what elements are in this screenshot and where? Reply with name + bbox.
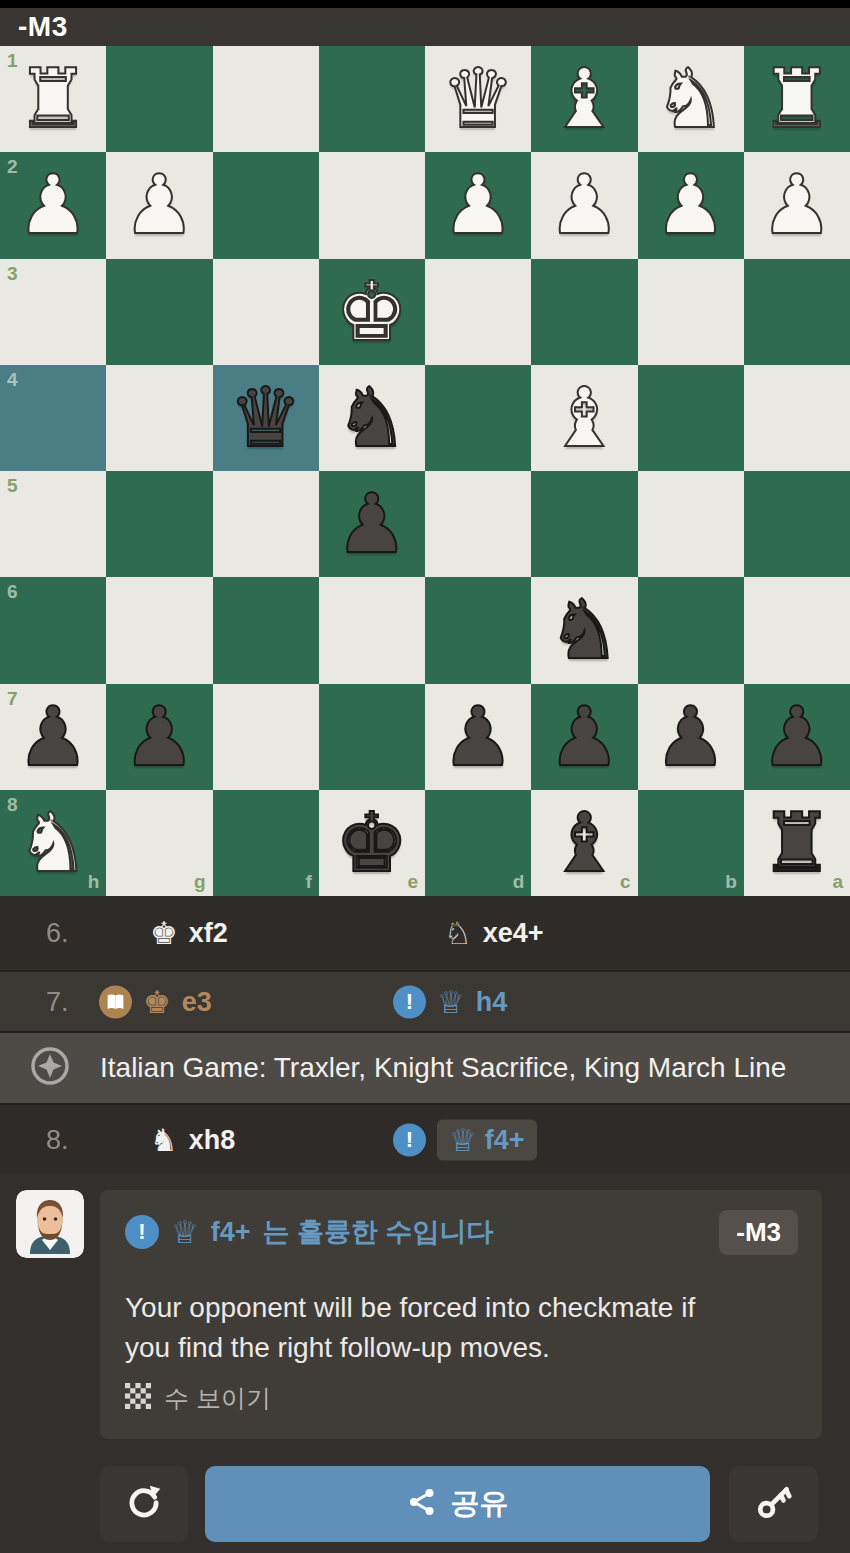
square-h8[interactable]: 8h♞ [0,790,106,896]
square-g5[interactable] [106,471,212,577]
move-text: xf2 [189,918,228,949]
white-pawn-g2[interactable]: ♟ [123,164,197,246]
retry-button[interactable] [100,1466,188,1542]
file-label-f: f [305,871,311,893]
square-a5[interactable] [744,471,850,577]
move-black-6[interactable]: ♘xe4+ [393,918,544,949]
square-e2[interactable] [319,152,425,258]
rank-label-5: 5 [7,475,18,497]
good-move-icon: ! [393,1123,426,1156]
coach-body-line2: you find the right follow-up moves. [125,1328,695,1368]
move-white-6[interactable]: ♚xf2 [99,918,228,949]
square-a1[interactable]: ♜ [744,46,850,152]
square-d7[interactable]: ♟ [425,684,531,790]
coach-message-card: ! ♕ f4+ 는 훌륭한 수입니다 -M3 Your opponent wil… [100,1190,822,1439]
square-c3[interactable] [531,259,637,365]
square-d5[interactable] [425,471,531,577]
current-move-chip: ♕f4+ [437,1119,537,1160]
checkerboard-icon [125,1383,151,1415]
compass-icon [28,1044,72,1092]
move-text: xe4+ [483,918,544,949]
white-pawn-a2[interactable]: ♟ [760,164,834,246]
move-number: 7. [46,986,69,1017]
square-e7[interactable] [319,684,425,790]
evaluation-label: -M3 [18,11,68,43]
square-f4[interactable]: ♛ [213,365,319,471]
square-b6[interactable] [638,577,744,683]
black-king-e8[interactable]: ♚ [335,802,409,884]
square-h6[interactable]: 6 [0,577,106,683]
white-pawn-c2[interactable]: ♟ [548,164,622,246]
queen-figurine: ♕ [171,1217,199,1248]
square-f5[interactable] [213,471,319,577]
opening-row[interactable]: Italian Game: Traxler, Knight Sacrifice,… [0,1031,850,1103]
square-d6[interactable] [425,577,531,683]
square-e3[interactable]: ♚ [319,259,425,365]
rank-label-1: 1 [7,50,18,72]
share-label: 공유 [451,1484,509,1524]
white-bishop-c1[interactable]: ♝ [548,58,622,140]
square-b7[interactable]: ♟ [638,684,744,790]
coach-move: f4+ [211,1217,251,1248]
move-number: 6. [46,918,69,949]
square-b3[interactable] [638,259,744,365]
chess-board[interactable]: ! 1♜♛♝♞♜2♟♟♟♟♟♟3♚4♛♞♝5♟6♞7♟♟♟♟♟♟8h♞gfe♚d… [0,46,850,896]
black-queen-f4[interactable]: ♛ [229,377,303,459]
coach-panel: ! ♕ f4+ 는 훌륭한 수입니다 -M3 Your opponent wil… [0,1174,850,1553]
black-knight-e4[interactable]: ♞ [335,377,409,459]
black-pawn-g7[interactable]: ♟ [123,696,197,778]
white-knight-h8[interactable]: ♞ [16,802,90,884]
white-pawn-b2[interactable]: ♟ [654,164,728,246]
square-h2[interactable]: 2♟ [0,152,106,258]
black-pawn-c7[interactable]: ♟ [548,696,622,778]
square-d1[interactable]: ♛ [425,46,531,152]
black-rook-a8[interactable]: ♜ [760,802,834,884]
app-bar: -M3 [0,8,850,46]
square-e5[interactable]: ♟ [319,471,425,577]
move-row-7: 7. ♚e3 ! ♕h4 [0,970,850,1031]
move-row-8: 8. ♞xh8 ! ♕f4+ [0,1103,850,1174]
share-icon [407,1487,437,1521]
file-label-c: c [620,871,631,893]
square-f2[interactable] [213,152,319,258]
coach-header: ! ♕ f4+ 는 훌륭한 수입니다 [125,1214,494,1250]
move-row-6: 6. ♚xf2 ♘xe4+ [0,896,850,970]
show-moves-label: 수 보이기 [164,1382,271,1415]
file-label-a: a [832,871,843,893]
mate-eval-badge: -M3 [719,1210,798,1255]
knight-figurine: ♞ [150,1124,178,1155]
move-black-8[interactable]: ! ♕f4+ [393,1119,537,1160]
queen-figurine: ♕ [449,1124,477,1155]
square-g3[interactable] [106,259,212,365]
white-bishop-c4[interactable]: ♝ [548,377,622,459]
square-g8[interactable]: g [106,790,212,896]
knight-figurine: ♘ [444,918,472,949]
square-d2[interactable]: ♟ [425,152,531,258]
square-g2[interactable]: ♟ [106,152,212,258]
file-label-e: e [407,871,418,893]
square-d4[interactable] [425,365,531,471]
black-pawn-a7[interactable]: ♟ [760,696,834,778]
black-bishop-c8[interactable]: ♝ [548,802,622,884]
move-text: xh8 [189,1124,236,1155]
move-text: f4+ [485,1124,525,1155]
square-g1[interactable] [106,46,212,152]
coach-body-line1: Your opponent will be forced into checkm… [125,1288,695,1328]
move-text: h4 [476,986,508,1017]
white-king-e3[interactable]: ♚ [335,271,409,353]
black-pawn-d7[interactable]: ♟ [441,696,515,778]
file-label-h: h [88,871,100,893]
retry-icon [125,1483,163,1525]
square-c5[interactable] [531,471,637,577]
square-d8[interactable]: d [425,790,531,896]
good-move-icon: ! [125,1215,159,1249]
square-e4[interactable]: ♞ [319,365,425,471]
share-button[interactable]: 공유 [205,1466,710,1542]
file-label-d: d [513,871,525,893]
square-h7[interactable]: 7♟ [0,684,106,790]
square-e8[interactable]: e♚ [319,790,425,896]
move-white-8[interactable]: ♞xh8 [99,1124,235,1155]
square-c6[interactable]: ♞ [531,577,637,683]
square-h5[interactable]: 5 [0,471,106,577]
square-f8[interactable]: f [213,790,319,896]
square-a2[interactable]: ♟ [744,152,850,258]
square-b4[interactable] [638,365,744,471]
file-label-g: g [194,871,206,893]
black-pawn-e5[interactable]: ♟ [335,483,409,565]
move-black-7[interactable]: ! ♕h4 [393,985,507,1018]
opening-name: Italian Game: Traxler, Knight Sacrifice,… [100,1052,786,1084]
square-a7[interactable]: ♟ [744,684,850,790]
square-f6[interactable] [213,577,319,683]
square-c8[interactable]: c♝ [531,790,637,896]
square-a3[interactable] [744,259,850,365]
king-figurine: ♚ [143,986,171,1017]
coach-avatar[interactable] [16,1190,84,1258]
square-g4[interactable] [106,365,212,471]
show-moves-button[interactable]: 수 보이기 [125,1382,271,1415]
square-c7[interactable]: ♟ [531,684,637,790]
white-rook-a1[interactable]: ♜ [760,58,834,140]
square-c1[interactable]: ♝ [531,46,637,152]
black-pawn-b7[interactable]: ♟ [654,696,728,778]
rank-label-2: 2 [7,156,18,178]
square-f1[interactable] [213,46,319,152]
move-number: 8. [46,1124,69,1155]
square-f7[interactable] [213,684,319,790]
coach-body: Your opponent will be forced into checkm… [125,1288,695,1368]
move-white-7[interactable]: ♚e3 [99,985,212,1018]
square-h3[interactable]: 3 [0,259,106,365]
square-b8[interactable]: b [638,790,744,896]
rank-label-7: 7 [7,688,18,710]
white-pawn-h2[interactable]: ♟ [16,164,90,246]
status-bar [0,0,850,8]
queen-figurine: ♕ [437,986,465,1017]
square-d3[interactable] [425,259,531,365]
rank-label-4: 4 [7,369,18,391]
move-text: e3 [182,986,212,1017]
square-e6[interactable] [319,577,425,683]
good-move-icon: ! [393,985,426,1018]
king-figurine: ♚ [150,918,178,949]
square-c4[interactable]: ♝ [531,365,637,471]
rank-label-8: 8 [7,794,18,816]
key-icon [755,1483,793,1525]
square-g6[interactable] [106,577,212,683]
square-a4[interactable] [744,365,850,471]
square-b5[interactable] [638,471,744,577]
rank-label-6: 6 [7,581,18,603]
square-a6[interactable] [744,577,850,683]
square-e1[interactable] [319,46,425,152]
key-moves-button[interactable] [729,1466,818,1542]
black-knight-c6[interactable]: ♞ [548,589,622,671]
coach-message-ko: 는 훌륭한 수입니다 [263,1214,494,1250]
square-h4[interactable]: 4 [0,365,106,471]
footer-buttons: 공유 [0,1466,850,1542]
square-c2[interactable]: ♟ [531,152,637,258]
square-g7[interactable]: ♟ [106,684,212,790]
black-pawn-h7[interactable]: ♟ [16,696,90,778]
square-b1[interactable]: ♞ [638,46,744,152]
white-rook-h1[interactable]: ♜ [16,58,90,140]
white-queen-d1[interactable]: ♛ [441,58,515,140]
square-a8[interactable]: a♜ [744,790,850,896]
file-label-b: b [725,871,737,893]
square-f3[interactable] [213,259,319,365]
square-h1[interactable]: 1♜ [0,46,106,152]
rank-label-3: 3 [7,263,18,285]
square-b2[interactable]: ♟ [638,152,744,258]
white-pawn-d2[interactable]: ♟ [441,164,515,246]
book-icon [99,985,132,1018]
white-knight-b1[interactable]: ♞ [654,58,728,140]
